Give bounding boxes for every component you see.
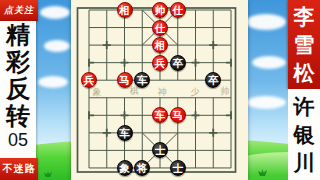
player-top-char: 雪 — [294, 31, 315, 59]
piece-black-将[interactable]: 将 — [134, 160, 150, 176]
thumbnail-scene: 象 棋 神 少 帅 相帅仕仕相兵卒兵马车卒车马车士象将士 点关注 精 彩 反 转… — [0, 0, 320, 180]
piece-red-相[interactable]: 相 — [117, 2, 133, 18]
cloud — [40, 6, 70, 19]
river-watermark-char: 帅 — [218, 85, 232, 97]
piece-red-马[interactable]: 马 — [117, 72, 133, 88]
piece-red-仕[interactable]: 仕 — [170, 2, 186, 18]
river-watermark-char: 神 — [155, 86, 169, 98]
river-watermark-char: 象 — [90, 86, 104, 98]
title-char: 反 — [6, 75, 30, 102]
title-char: 精 — [6, 21, 30, 48]
player-bottom-char: 川 — [294, 149, 315, 177]
title-char: 转 — [6, 102, 30, 129]
player-top-char: 松 — [294, 59, 315, 87]
player-bottom-char: 许 — [294, 93, 315, 121]
piece-black-车[interactable]: 车 — [117, 125, 133, 141]
cloud — [44, 40, 70, 52]
episode-number: 05 — [8, 129, 28, 151]
cloud — [252, 56, 286, 69]
player-top-char: 李 — [294, 3, 315, 31]
follow-badge[interactable]: 点关注 — [0, 0, 38, 21]
cloud — [38, 76, 68, 88]
piece-red-仕[interactable]: 仕 — [152, 20, 168, 36]
piece-black-车[interactable]: 车 — [134, 72, 150, 88]
player-name-bottom: 许 银 川 — [288, 89, 320, 180]
piece-red-帅[interactable]: 帅 — [152, 2, 168, 18]
xiangqi-board: 象 棋 神 少 帅 相帅仕仕相兵卒兵马车卒车马车士象将士 — [71, 0, 248, 180]
cloud — [246, 96, 286, 109]
piece-red-兵[interactable]: 兵 — [152, 55, 168, 71]
piece-red-马[interactable]: 马 — [170, 107, 186, 123]
piece-black-卒[interactable]: 卒 — [205, 72, 221, 88]
no-lost-badge[interactable]: 不迷路 — [0, 158, 38, 180]
piece-black-士[interactable]: 士 — [170, 160, 186, 176]
piece-black-象[interactable]: 象 — [117, 160, 133, 176]
player-name-top: 李 雪 松 — [288, 0, 320, 89]
title-char: 彩 — [6, 48, 30, 75]
piece-red-相[interactable]: 相 — [152, 37, 168, 53]
player-bottom-char: 银 — [294, 121, 315, 149]
title-strip: 精 彩 反 转 05 — [0, 21, 36, 158]
river-watermark-char: 少 — [188, 86, 202, 98]
cloud — [246, 14, 286, 30]
piece-black-卒[interactable]: 卒 — [170, 55, 186, 71]
